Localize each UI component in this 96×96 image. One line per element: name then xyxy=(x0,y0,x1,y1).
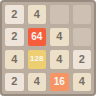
tile-2: 2 xyxy=(73,50,92,69)
tile-4: 4 xyxy=(50,50,69,69)
tile-16: 16 xyxy=(50,73,69,92)
tile-2: 2 xyxy=(5,73,24,92)
tile-2: 2 xyxy=(5,5,24,24)
tile-4: 4 xyxy=(5,50,24,69)
tile-2: 2 xyxy=(5,28,24,47)
tile-128: 128 xyxy=(28,50,47,69)
board-2048[interactable]: 24264441284224164 xyxy=(0,0,96,96)
empty-cell xyxy=(73,28,92,47)
empty-cell xyxy=(73,5,92,24)
tile-4: 4 xyxy=(28,5,47,24)
tile-4: 4 xyxy=(73,73,92,92)
tile-4: 4 xyxy=(28,73,47,92)
tile-4: 4 xyxy=(50,28,69,47)
empty-cell xyxy=(50,5,69,24)
tile-64: 64 xyxy=(28,28,47,47)
